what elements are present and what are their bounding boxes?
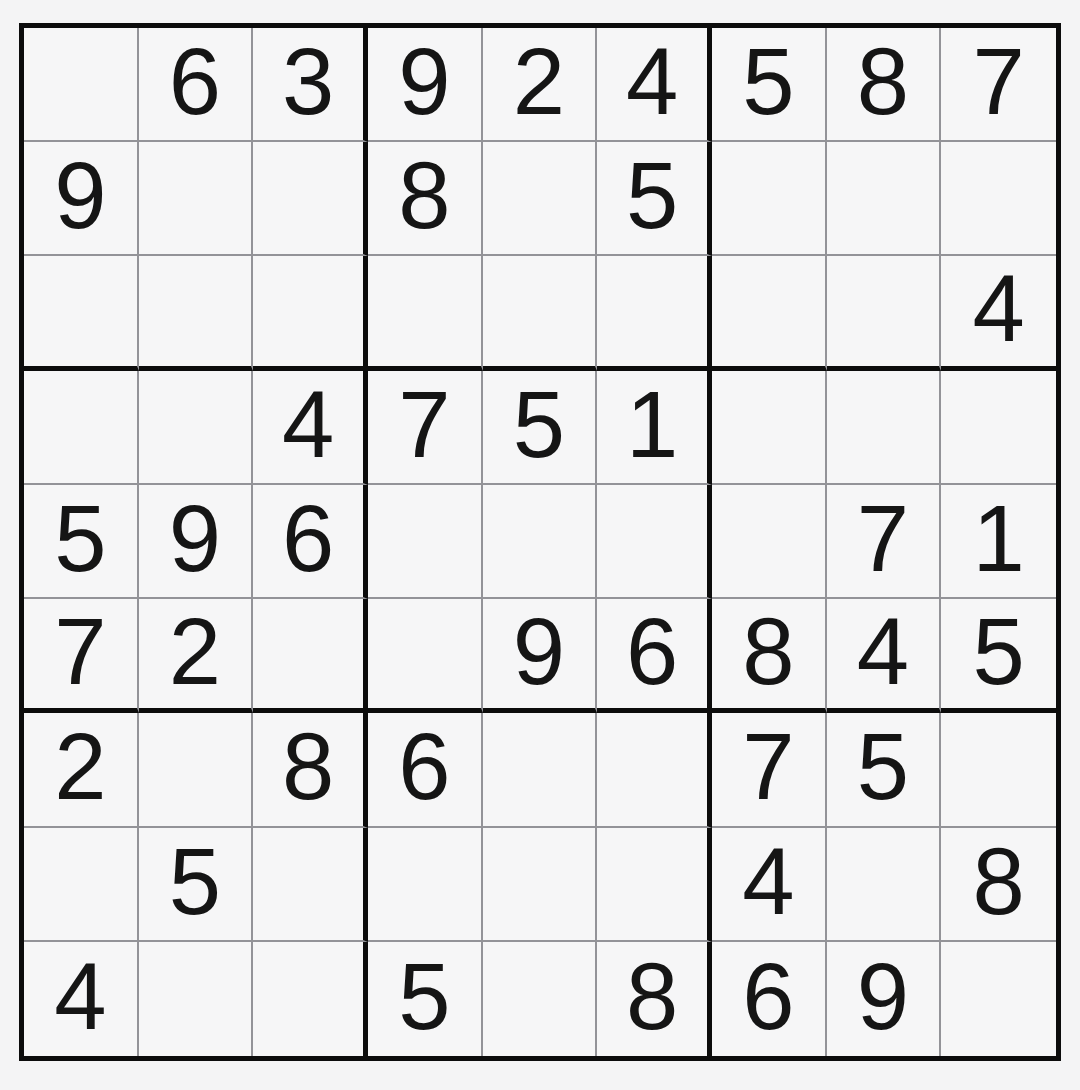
given-digit: 4 bbox=[626, 35, 678, 129]
cell-r3c2[interactable] bbox=[139, 256, 254, 370]
cell-r6c3[interactable] bbox=[253, 599, 368, 713]
cell-r8c3[interactable] bbox=[253, 828, 368, 942]
cell-r2c5[interactable] bbox=[483, 142, 598, 256]
cell-r9c6[interactable]: 8 bbox=[597, 942, 712, 1056]
given-digit: 5 bbox=[513, 378, 565, 472]
given-digit: 7 bbox=[857, 492, 909, 586]
cell-r6c6[interactable]: 6 bbox=[597, 599, 712, 713]
given-digit: 9 bbox=[398, 35, 450, 129]
cell-r7c6[interactable] bbox=[597, 713, 712, 827]
given-digit: 4 bbox=[54, 950, 106, 1044]
given-digit: 1 bbox=[626, 378, 678, 472]
cell-r1c5[interactable]: 2 bbox=[483, 28, 598, 142]
cell-r9c7[interactable]: 6 bbox=[712, 942, 827, 1056]
cell-r2c9[interactable] bbox=[941, 142, 1056, 256]
given-digit: 2 bbox=[169, 605, 221, 699]
cell-r3c4[interactable] bbox=[368, 256, 483, 370]
cell-r7c8[interactable]: 5 bbox=[827, 713, 942, 827]
given-digit: 5 bbox=[398, 950, 450, 1044]
given-digit: 8 bbox=[973, 835, 1025, 929]
given-digit: 4 bbox=[282, 378, 334, 472]
cell-r1c3[interactable]: 3 bbox=[253, 28, 368, 142]
cell-r1c1[interactable] bbox=[24, 28, 139, 142]
cell-r8c6[interactable] bbox=[597, 828, 712, 942]
given-digit: 2 bbox=[513, 35, 565, 129]
cell-r8c8[interactable] bbox=[827, 828, 942, 942]
given-digit: 8 bbox=[742, 605, 794, 699]
cell-r7c9[interactable] bbox=[941, 713, 1056, 827]
cell-r2c3[interactable] bbox=[253, 142, 368, 256]
cell-r1c9[interactable]: 7 bbox=[941, 28, 1056, 142]
cell-r5c6[interactable] bbox=[597, 485, 712, 599]
cell-r9c8[interactable]: 9 bbox=[827, 942, 942, 1056]
cell-r4c7[interactable] bbox=[712, 371, 827, 485]
cell-r1c6[interactable]: 4 bbox=[597, 28, 712, 142]
given-digit: 7 bbox=[742, 720, 794, 814]
cell-r2c7[interactable] bbox=[712, 142, 827, 256]
given-digit: 5 bbox=[857, 720, 909, 814]
cell-r2c4[interactable]: 8 bbox=[368, 142, 483, 256]
cell-r7c5[interactable] bbox=[483, 713, 598, 827]
cell-r6c4[interactable] bbox=[368, 599, 483, 713]
cell-r8c2[interactable]: 5 bbox=[139, 828, 254, 942]
cell-r5c9[interactable]: 1 bbox=[941, 485, 1056, 599]
given-digit: 4 bbox=[742, 835, 794, 929]
given-digit: 8 bbox=[857, 35, 909, 129]
cell-r3c5[interactable] bbox=[483, 256, 598, 370]
cell-r7c2[interactable] bbox=[139, 713, 254, 827]
cell-r6c2[interactable]: 2 bbox=[139, 599, 254, 713]
cell-r8c1[interactable] bbox=[24, 828, 139, 942]
cell-r3c6[interactable] bbox=[597, 256, 712, 370]
cell-r5c2[interactable]: 9 bbox=[139, 485, 254, 599]
cell-r5c3[interactable]: 6 bbox=[253, 485, 368, 599]
cell-r3c7[interactable] bbox=[712, 256, 827, 370]
cell-r6c1[interactable]: 7 bbox=[24, 599, 139, 713]
given-digit: 4 bbox=[857, 605, 909, 699]
cell-r8c7[interactable]: 4 bbox=[712, 828, 827, 942]
cell-r7c3[interactable]: 8 bbox=[253, 713, 368, 827]
cell-r4c8[interactable] bbox=[827, 371, 942, 485]
given-digit: 7 bbox=[398, 378, 450, 472]
cell-r3c1[interactable] bbox=[24, 256, 139, 370]
given-digit: 6 bbox=[282, 492, 334, 586]
cell-r1c4[interactable]: 9 bbox=[368, 28, 483, 142]
cell-r5c1[interactable]: 5 bbox=[24, 485, 139, 599]
given-digit: 9 bbox=[54, 149, 106, 243]
cell-r1c7[interactable]: 5 bbox=[712, 28, 827, 142]
cell-r4c6[interactable]: 1 bbox=[597, 371, 712, 485]
cell-r9c9[interactable] bbox=[941, 942, 1056, 1056]
cell-r4c1[interactable] bbox=[24, 371, 139, 485]
cell-r4c5[interactable]: 5 bbox=[483, 371, 598, 485]
cell-r5c4[interactable] bbox=[368, 485, 483, 599]
given-digit: 5 bbox=[169, 835, 221, 929]
cell-r1c2[interactable]: 6 bbox=[139, 28, 254, 142]
given-digit: 8 bbox=[398, 149, 450, 243]
given-digit: 5 bbox=[742, 35, 794, 129]
cell-r9c3[interactable] bbox=[253, 942, 368, 1056]
given-digit: 4 bbox=[973, 262, 1025, 356]
given-digit: 7 bbox=[973, 35, 1025, 129]
cell-r4c4[interactable]: 7 bbox=[368, 371, 483, 485]
cell-r8c5[interactable] bbox=[483, 828, 598, 942]
given-digit: 9 bbox=[857, 950, 909, 1044]
given-digit: 5 bbox=[626, 149, 678, 243]
given-digit: 8 bbox=[626, 950, 678, 1044]
cell-r3c3[interactable] bbox=[253, 256, 368, 370]
given-digit: 2 bbox=[54, 720, 106, 814]
given-digit: 3 bbox=[282, 35, 334, 129]
cell-r5c7[interactable] bbox=[712, 485, 827, 599]
given-digit: 6 bbox=[398, 720, 450, 814]
cell-r2c2[interactable] bbox=[139, 142, 254, 256]
given-digit: 1 bbox=[973, 492, 1025, 586]
cell-r6c8[interactable]: 4 bbox=[827, 599, 942, 713]
given-digit: 5 bbox=[54, 492, 106, 586]
cell-r6c7[interactable]: 8 bbox=[712, 599, 827, 713]
cell-r9c1[interactable]: 4 bbox=[24, 942, 139, 1056]
cell-r2c6[interactable]: 5 bbox=[597, 142, 712, 256]
cell-r3c8[interactable] bbox=[827, 256, 942, 370]
cell-r9c5[interactable] bbox=[483, 942, 598, 1056]
cell-r4c2[interactable] bbox=[139, 371, 254, 485]
cell-r7c1[interactable]: 2 bbox=[24, 713, 139, 827]
cell-r9c2[interactable] bbox=[139, 942, 254, 1056]
given-digit: 7 bbox=[54, 605, 106, 699]
cell-r9c4[interactable]: 5 bbox=[368, 942, 483, 1056]
cell-r6c9[interactable]: 5 bbox=[941, 599, 1056, 713]
given-digit: 9 bbox=[169, 492, 221, 586]
cell-r7c4[interactable]: 6 bbox=[368, 713, 483, 827]
given-digit: 6 bbox=[169, 35, 221, 129]
cell-r4c3[interactable]: 4 bbox=[253, 371, 368, 485]
cell-r8c9[interactable]: 8 bbox=[941, 828, 1056, 942]
cell-r1c8[interactable]: 8 bbox=[827, 28, 942, 142]
given-digit: 5 bbox=[973, 605, 1025, 699]
given-digit: 8 bbox=[282, 720, 334, 814]
cell-r2c1[interactable]: 9 bbox=[24, 142, 139, 256]
cell-r5c5[interactable] bbox=[483, 485, 598, 599]
sudoku-board: 6392458798544751596717296845286755484586… bbox=[19, 23, 1061, 1061]
cell-r5c8[interactable]: 7 bbox=[827, 485, 942, 599]
cell-r8c4[interactable] bbox=[368, 828, 483, 942]
given-digit: 9 bbox=[513, 605, 565, 699]
cell-r2c8[interactable] bbox=[827, 142, 942, 256]
cell-r3c9[interactable]: 4 bbox=[941, 256, 1056, 370]
given-digit: 6 bbox=[742, 950, 794, 1044]
cell-r7c7[interactable]: 7 bbox=[712, 713, 827, 827]
given-digit: 6 bbox=[626, 605, 678, 699]
cell-r6c5[interactable]: 9 bbox=[483, 599, 598, 713]
cell-r4c9[interactable] bbox=[941, 371, 1056, 485]
